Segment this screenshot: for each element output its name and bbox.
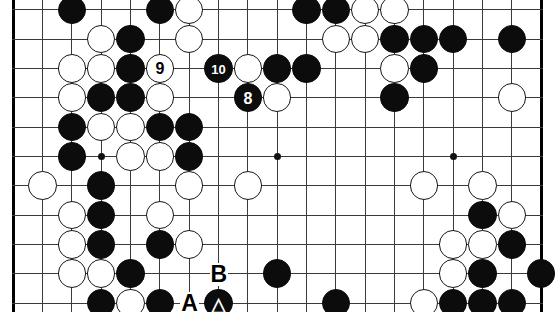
white-stone <box>116 289 145 312</box>
black-stone <box>146 289 175 312</box>
white-stone <box>351 25 380 54</box>
black-stone-move-8: 8 <box>234 83 263 112</box>
white-stone <box>58 54 87 83</box>
black-stone <box>292 0 321 24</box>
white-stone <box>87 259 116 288</box>
black-stone <box>527 259 556 288</box>
white-stone <box>116 142 145 171</box>
go-board: 9108△AB <box>0 0 556 312</box>
black-stone <box>439 289 468 312</box>
hoshi-point <box>274 153 281 160</box>
black-stone <box>87 289 116 312</box>
white-stone-move-9: 9 <box>146 54 175 83</box>
white-stone <box>468 171 497 200</box>
black-stone <box>116 25 145 54</box>
point-label-A: A <box>180 292 199 312</box>
white-stone <box>410 171 439 200</box>
white-stone <box>439 259 468 288</box>
white-stone <box>322 25 351 54</box>
hoshi-point <box>450 153 457 160</box>
black-stone <box>380 25 409 54</box>
white-stone <box>58 201 87 230</box>
white-stone <box>58 83 87 112</box>
black-stone <box>58 0 87 24</box>
black-stone <box>146 0 175 24</box>
black-stone <box>263 259 292 288</box>
black-stone <box>87 171 116 200</box>
black-stone <box>116 54 145 83</box>
black-stone <box>263 54 292 83</box>
black-stone <box>498 230 527 259</box>
black-stone <box>380 83 409 112</box>
white-stone <box>175 25 204 54</box>
black-stone <box>87 230 116 259</box>
black-stone <box>468 201 497 230</box>
black-stone <box>175 113 204 142</box>
black-stone <box>439 25 468 54</box>
white-stone <box>146 83 175 112</box>
black-stone <box>87 83 116 112</box>
black-stone <box>146 230 175 259</box>
point-label-B: B <box>210 263 229 286</box>
white-stone <box>87 25 116 54</box>
black-stone <box>146 113 175 142</box>
triangle-mark-icon: △ <box>211 295 226 312</box>
black-stone <box>498 289 527 312</box>
white-stone <box>498 83 527 112</box>
hoshi-point <box>98 153 105 160</box>
black-stone <box>468 259 497 288</box>
white-stone <box>234 171 263 200</box>
white-stone <box>263 83 292 112</box>
white-stone <box>146 142 175 171</box>
move-number: 9 <box>155 61 164 77</box>
black-stone <box>322 289 351 312</box>
white-stone <box>380 54 409 83</box>
black-stone <box>175 142 204 171</box>
white-stone <box>410 289 439 312</box>
white-stone <box>234 54 263 83</box>
black-stone <box>498 25 527 54</box>
black-stone <box>116 259 145 288</box>
black-stone <box>410 54 439 83</box>
white-stone <box>87 54 116 83</box>
white-stone <box>468 230 497 259</box>
white-stone <box>498 201 527 230</box>
white-stone <box>28 171 57 200</box>
black-stone <box>58 142 87 171</box>
white-stone <box>380 0 409 24</box>
black-stone <box>116 83 145 112</box>
black-stone <box>410 25 439 54</box>
black-stone <box>87 201 116 230</box>
white-stone <box>175 230 204 259</box>
black-stone <box>58 113 87 142</box>
white-stone <box>175 0 204 24</box>
white-stone <box>58 230 87 259</box>
white-stone <box>146 201 175 230</box>
grid-hline <box>12 9 543 10</box>
white-stone <box>175 171 204 200</box>
black-stone <box>292 54 321 83</box>
black-stone-move-10: 10 <box>204 54 233 83</box>
white-stone <box>87 113 116 142</box>
white-stone <box>58 259 87 288</box>
white-stone <box>116 113 145 142</box>
move-number: 10 <box>211 62 225 75</box>
black-stone <box>468 289 497 312</box>
move-number: 8 <box>243 90 252 106</box>
black-stone-triangle-marked: △ <box>204 289 233 312</box>
black-stone <box>322 0 351 24</box>
white-stone <box>439 230 468 259</box>
white-stone <box>351 0 380 24</box>
